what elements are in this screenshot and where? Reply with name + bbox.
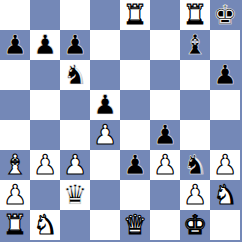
white-rook[interactable]: ♜ [3, 210, 27, 240]
square-f6[interactable] [150, 60, 180, 90]
square-h1[interactable] [210, 210, 240, 240]
square-f8[interactable] [150, 0, 180, 30]
square-g2[interactable]: ♟ [180, 180, 210, 210]
white-rook[interactable]: ♜ [183, 0, 207, 30]
white-pawn[interactable]: ♟ [93, 120, 117, 150]
square-b7[interactable]: ♟ [30, 30, 60, 60]
square-e1[interactable]: ♛ [120, 210, 150, 240]
white-pawn[interactable]: ♟ [33, 150, 57, 180]
square-g3[interactable]: ♞ [180, 150, 210, 180]
square-b3[interactable]: ♟ [30, 150, 60, 180]
white-pawn[interactable]: ♟ [213, 150, 237, 180]
black-knight[interactable]: ♞ [183, 150, 207, 180]
square-f1[interactable] [150, 210, 180, 240]
square-a8[interactable] [0, 0, 30, 30]
black-pawn[interactable]: ♟ [213, 60, 237, 90]
square-e4[interactable] [120, 120, 150, 150]
square-d6[interactable] [90, 60, 120, 90]
square-c2[interactable]: ♛ [60, 180, 90, 210]
square-h5[interactable] [210, 90, 240, 120]
square-e8[interactable]: ♜ [120, 0, 150, 30]
square-d8[interactable] [90, 0, 120, 30]
square-c8[interactable] [60, 0, 90, 30]
white-pawn[interactable]: ♟ [153, 150, 177, 180]
square-d7[interactable] [90, 30, 120, 60]
white-pawn[interactable]: ♟ [3, 180, 27, 210]
square-f7[interactable] [150, 30, 180, 60]
square-h8[interactable]: ♚ [210, 0, 240, 30]
square-c1[interactable] [60, 210, 90, 240]
square-b1[interactable]: ♞ [30, 210, 60, 240]
square-h3[interactable]: ♟ [210, 150, 240, 180]
black-pawn[interactable]: ♟ [3, 30, 27, 60]
chess-board-grid: ♜♜♚♟♟♟♝♞♟♟♟♟♝♟♟♟♟♞♟♟♛♟♞♜♞♛♚ [0, 0, 240, 240]
square-e7[interactable] [120, 30, 150, 60]
square-d1[interactable] [90, 210, 120, 240]
white-bishop[interactable]: ♝ [3, 150, 27, 180]
square-b4[interactable] [30, 120, 60, 150]
square-c7[interactable]: ♟ [60, 30, 90, 60]
white-rook[interactable]: ♜ [123, 0, 147, 30]
square-g8[interactable]: ♜ [180, 0, 210, 30]
square-e5[interactable] [120, 90, 150, 120]
square-b6[interactable] [30, 60, 60, 90]
square-d3[interactable] [90, 150, 120, 180]
square-f4[interactable]: ♟ [150, 120, 180, 150]
square-c6[interactable]: ♞ [60, 60, 90, 90]
white-knight[interactable]: ♞ [213, 180, 237, 210]
square-b5[interactable] [30, 90, 60, 120]
black-pawn[interactable]: ♟ [123, 150, 147, 180]
square-b2[interactable] [30, 180, 60, 210]
square-a3[interactable]: ♝ [0, 150, 30, 180]
black-bishop[interactable]: ♝ [183, 30, 207, 60]
square-e3[interactable]: ♟ [120, 150, 150, 180]
square-b8[interactable] [30, 0, 60, 30]
white-knight[interactable]: ♞ [33, 210, 57, 240]
square-h7[interactable] [210, 30, 240, 60]
white-king[interactable]: ♚ [183, 210, 207, 240]
square-f2[interactable] [150, 180, 180, 210]
white-pawn[interactable]: ♟ [63, 150, 87, 180]
square-a6[interactable] [0, 60, 30, 90]
square-d4[interactable]: ♟ [90, 120, 120, 150]
square-h4[interactable] [210, 120, 240, 150]
black-pawn[interactable]: ♟ [93, 90, 117, 120]
square-a5[interactable] [0, 90, 30, 120]
square-c4[interactable] [60, 120, 90, 150]
black-pawn[interactable]: ♟ [153, 120, 177, 150]
black-knight[interactable]: ♞ [63, 60, 87, 90]
square-g7[interactable]: ♝ [180, 30, 210, 60]
black-pawn[interactable]: ♟ [63, 30, 87, 60]
square-a1[interactable]: ♜ [0, 210, 30, 240]
square-d2[interactable] [90, 180, 120, 210]
square-g6[interactable] [180, 60, 210, 90]
black-king[interactable]: ♚ [213, 0, 237, 30]
square-e6[interactable] [120, 60, 150, 90]
square-g1[interactable]: ♚ [180, 210, 210, 240]
black-pawn[interactable]: ♟ [33, 30, 57, 60]
square-e2[interactable] [120, 180, 150, 210]
white-pawn[interactable]: ♟ [183, 180, 207, 210]
square-c5[interactable] [60, 90, 90, 120]
square-d5[interactable]: ♟ [90, 90, 120, 120]
chess-board: ♜♜♚♟♟♟♝♞♟♟♟♟♝♟♟♟♟♞♟♟♛♟♞♜♞♛♚ [0, 0, 242, 242]
white-queen[interactable]: ♛ [123, 210, 147, 240]
square-g5[interactable] [180, 90, 210, 120]
square-a4[interactable] [0, 120, 30, 150]
square-g4[interactable] [180, 120, 210, 150]
square-a7[interactable]: ♟ [0, 30, 30, 60]
square-h2[interactable]: ♞ [210, 180, 240, 210]
square-f3[interactable]: ♟ [150, 150, 180, 180]
square-f5[interactable] [150, 90, 180, 120]
square-c3[interactable]: ♟ [60, 150, 90, 180]
black-queen[interactable]: ♛ [63, 180, 87, 210]
square-h6[interactable]: ♟ [210, 60, 240, 90]
square-a2[interactable]: ♟ [0, 180, 30, 210]
